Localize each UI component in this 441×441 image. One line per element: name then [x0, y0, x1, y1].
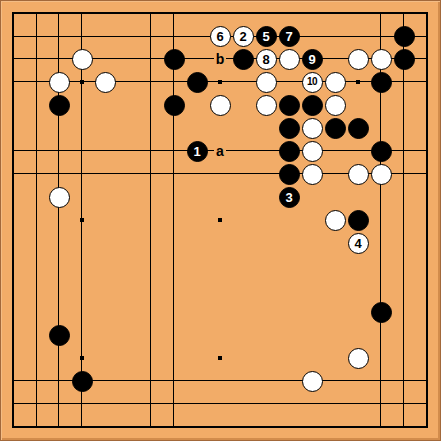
star-point-dot [356, 80, 360, 84]
black-stone-point: 3 [278, 186, 301, 209]
star-point-dot [80, 356, 84, 360]
black-stone: 1 [187, 141, 208, 162]
white-stone [371, 164, 392, 185]
black-stone [279, 164, 300, 185]
black-stone-point: 9 [301, 48, 324, 71]
move-number: 2 [239, 29, 246, 42]
white-stone [325, 95, 346, 116]
white-stone-point [301, 163, 324, 186]
white-stone: 6 [210, 26, 231, 47]
white-stone: 4 [348, 233, 369, 254]
black-stone-point [48, 324, 71, 347]
black-stone-point: 7 [278, 25, 301, 48]
move-number: 10 [307, 77, 317, 87]
star-point-dot [80, 218, 84, 222]
black-stone-point [232, 48, 255, 71]
white-stone-point [278, 48, 301, 71]
white-stone-point: 2 [232, 25, 255, 48]
black-stone-point [278, 94, 301, 117]
point-label: b [214, 51, 227, 67]
black-stone-point [393, 48, 416, 71]
go-board: 62578910134ab [2, 2, 439, 439]
black-stone: 9 [302, 49, 323, 70]
white-stone [348, 49, 369, 70]
star-point-dot [218, 356, 222, 360]
move-number: 7 [285, 29, 292, 42]
white-stone [371, 49, 392, 70]
black-stone [371, 72, 392, 93]
white-stone-point [347, 347, 370, 370]
black-stone [348, 118, 369, 139]
black-stone [371, 302, 392, 323]
white-stone-point [370, 163, 393, 186]
white-stone-point [94, 71, 117, 94]
white-stone-point [48, 186, 71, 209]
white-stone-point [301, 117, 324, 140]
white-stone [256, 72, 277, 93]
black-stone [279, 95, 300, 116]
black-stone [49, 325, 70, 346]
move-number: 9 [308, 52, 315, 65]
black-stone [302, 95, 323, 116]
black-stone-point [347, 209, 370, 232]
black-stone-point [278, 163, 301, 186]
black-stone [187, 72, 208, 93]
move-number: 8 [262, 52, 269, 65]
white-stone [72, 49, 93, 70]
white-stone-point [48, 71, 71, 94]
white-stone: 2 [233, 26, 254, 47]
black-stone-point [324, 117, 347, 140]
white-stone-point: 10 [301, 71, 324, 94]
white-stone [302, 141, 323, 162]
white-stone-point [324, 94, 347, 117]
black-stone [279, 141, 300, 162]
star-point [347, 71, 370, 94]
point-label: a [214, 143, 226, 159]
star-point [209, 71, 232, 94]
white-stone: 8 [256, 49, 277, 70]
black-stone-point [347, 117, 370, 140]
black-stone-point [71, 370, 94, 393]
move-number: 1 [193, 144, 200, 157]
black-stone-point [370, 140, 393, 163]
white-stone [325, 210, 346, 231]
white-stone [302, 164, 323, 185]
black-stone [233, 49, 254, 70]
star-point [71, 71, 94, 94]
white-stone [95, 72, 116, 93]
star-point [209, 209, 232, 232]
white-stone [348, 164, 369, 185]
white-stone [279, 49, 300, 70]
black-stone: 7 [279, 26, 300, 47]
white-stone-point [324, 71, 347, 94]
move-number: 5 [262, 29, 269, 42]
black-stone [348, 210, 369, 231]
black-stone [394, 49, 415, 70]
black-stone-point [163, 94, 186, 117]
black-stone-point [48, 94, 71, 117]
black-stone-point [186, 71, 209, 94]
star-point-dot [218, 218, 222, 222]
white-stone [49, 72, 70, 93]
white-stone-point [301, 370, 324, 393]
white-stone-point: 6 [209, 25, 232, 48]
white-stone-point [255, 71, 278, 94]
black-stone [279, 118, 300, 139]
black-stone [164, 95, 185, 116]
black-stone: 3 [279, 187, 300, 208]
star-point-dot [80, 80, 84, 84]
point-label-a: a [209, 140, 232, 163]
black-stone-point [370, 71, 393, 94]
black-stone [394, 26, 415, 47]
move-number: 4 [354, 236, 361, 249]
black-stone [164, 49, 185, 70]
black-stone [72, 371, 93, 392]
star-point [71, 347, 94, 370]
white-stone-point [71, 48, 94, 71]
black-stone-point [278, 117, 301, 140]
white-stone-point: 4 [347, 232, 370, 255]
white-stone-point [301, 140, 324, 163]
white-stone-point: 8 [255, 48, 278, 71]
white-stone [210, 95, 231, 116]
black-stone-point [278, 140, 301, 163]
white-stone-point [370, 48, 393, 71]
white-stone: 10 [302, 72, 323, 93]
white-stone [325, 72, 346, 93]
black-stone: 5 [256, 26, 277, 47]
star-point [71, 209, 94, 232]
star-point [209, 347, 232, 370]
white-stone [49, 187, 70, 208]
black-stone-point [370, 301, 393, 324]
white-stone-point [209, 94, 232, 117]
black-stone-point [301, 94, 324, 117]
black-stone-point: 5 [255, 25, 278, 48]
white-stone-point [255, 94, 278, 117]
white-stone [256, 95, 277, 116]
black-stone-point [393, 25, 416, 48]
black-stone [49, 95, 70, 116]
white-stone [302, 371, 323, 392]
move-number: 3 [285, 190, 292, 203]
point-label-b: b [209, 48, 232, 71]
white-stone [302, 118, 323, 139]
white-stone-point [347, 48, 370, 71]
white-stone-point [347, 163, 370, 186]
white-stone-point [324, 209, 347, 232]
white-stone [348, 348, 369, 369]
black-stone [325, 118, 346, 139]
move-number: 6 [216, 29, 223, 42]
black-stone [371, 141, 392, 162]
black-stone-point: 1 [186, 140, 209, 163]
star-point-dot [218, 80, 222, 84]
black-stone-point [163, 48, 186, 71]
go-board-diagram: 62578910134ab [0, 0, 441, 441]
